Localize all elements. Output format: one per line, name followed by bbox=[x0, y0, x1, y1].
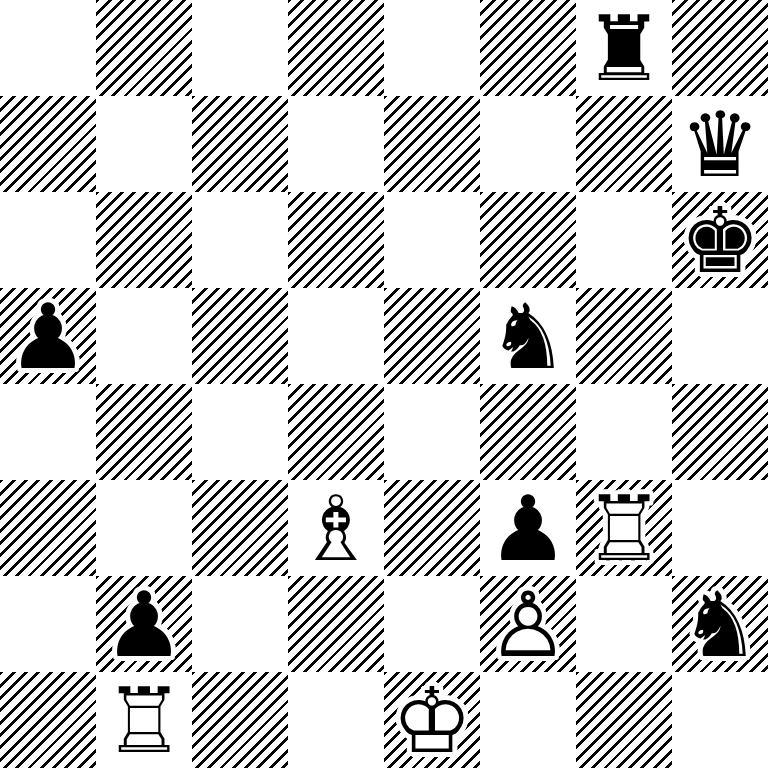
white-bishop-glyph: ♗ bbox=[288, 480, 384, 576]
square-b3[interactable] bbox=[96, 480, 192, 576]
square-h1[interactable] bbox=[672, 672, 768, 768]
square-g2[interactable] bbox=[576, 576, 672, 672]
square-h3[interactable] bbox=[672, 480, 768, 576]
square-c2[interactable] bbox=[192, 576, 288, 672]
square-e5[interactable] bbox=[384, 288, 480, 384]
square-f6[interactable] bbox=[480, 192, 576, 288]
square-c7[interactable] bbox=[192, 96, 288, 192]
piece-white-bishop[interactable]: ♝♗ bbox=[288, 480, 384, 576]
square-d8[interactable] bbox=[288, 0, 384, 96]
square-h2[interactable]: ♞♞ bbox=[672, 576, 768, 672]
square-b7[interactable] bbox=[96, 96, 192, 192]
square-h8[interactable] bbox=[672, 0, 768, 96]
piece-black-pawn[interactable]: ♟♟ bbox=[480, 480, 576, 576]
black-pawn-glyph: ♟ bbox=[96, 576, 192, 672]
piece-black-pawn[interactable]: ♟♟ bbox=[96, 576, 192, 672]
square-h6[interactable]: ♚♚ bbox=[672, 192, 768, 288]
square-f2[interactable]: ♟♙ bbox=[480, 576, 576, 672]
square-g8[interactable]: ♜♜ bbox=[576, 0, 672, 96]
square-a6[interactable] bbox=[0, 192, 96, 288]
white-pawn-glyph: ♙ bbox=[480, 576, 576, 672]
black-queen-glyph: ♛ bbox=[672, 96, 768, 192]
square-b1[interactable]: ♜♖ bbox=[96, 672, 192, 768]
square-a3[interactable] bbox=[0, 480, 96, 576]
square-e1[interactable]: ♚♔ bbox=[384, 672, 480, 768]
square-g7[interactable] bbox=[576, 96, 672, 192]
piece-white-king[interactable]: ♚♔ bbox=[384, 672, 480, 768]
piece-black-queen[interactable]: ♛♛ bbox=[672, 96, 768, 192]
square-g6[interactable] bbox=[576, 192, 672, 288]
piece-white-pawn[interactable]: ♟♙ bbox=[480, 576, 576, 672]
piece-black-king[interactable]: ♚♚ bbox=[672, 192, 768, 288]
square-f7[interactable] bbox=[480, 96, 576, 192]
square-a5[interactable]: ♟♟ bbox=[0, 288, 96, 384]
square-d4[interactable] bbox=[288, 384, 384, 480]
piece-black-knight[interactable]: ♞♞ bbox=[672, 576, 768, 672]
white-king-glyph: ♔ bbox=[384, 672, 480, 768]
square-d6[interactable] bbox=[288, 192, 384, 288]
square-h5[interactable] bbox=[672, 288, 768, 384]
square-a4[interactable] bbox=[0, 384, 96, 480]
square-f4[interactable] bbox=[480, 384, 576, 480]
square-e2[interactable] bbox=[384, 576, 480, 672]
black-knight-glyph: ♞ bbox=[672, 576, 768, 672]
square-b4[interactable] bbox=[96, 384, 192, 480]
square-d1[interactable] bbox=[288, 672, 384, 768]
square-g1[interactable] bbox=[576, 672, 672, 768]
square-b8[interactable] bbox=[96, 0, 192, 96]
piece-black-rook[interactable]: ♜♜ bbox=[576, 0, 672, 96]
square-c5[interactable] bbox=[192, 288, 288, 384]
white-rook-glyph: ♖ bbox=[96, 672, 192, 768]
square-d5[interactable] bbox=[288, 288, 384, 384]
square-g5[interactable] bbox=[576, 288, 672, 384]
piece-white-rook[interactable]: ♜♖ bbox=[576, 480, 672, 576]
square-a1[interactable] bbox=[0, 672, 96, 768]
square-f1[interactable] bbox=[480, 672, 576, 768]
square-g4[interactable] bbox=[576, 384, 672, 480]
square-h4[interactable] bbox=[672, 384, 768, 480]
square-d7[interactable] bbox=[288, 96, 384, 192]
square-f5[interactable]: ♞♞ bbox=[480, 288, 576, 384]
square-c8[interactable] bbox=[192, 0, 288, 96]
square-c1[interactable] bbox=[192, 672, 288, 768]
square-a8[interactable] bbox=[0, 0, 96, 96]
square-a2[interactable] bbox=[0, 576, 96, 672]
square-h7[interactable]: ♛♛ bbox=[672, 96, 768, 192]
black-rook-glyph: ♜ bbox=[576, 0, 672, 96]
square-e4[interactable] bbox=[384, 384, 480, 480]
square-b2[interactable]: ♟♟ bbox=[96, 576, 192, 672]
square-b6[interactable] bbox=[96, 192, 192, 288]
chess-board: ♜♜♛♛♚♚♟♟♞♞♝♗♟♟♜♖♟♟♟♙♞♞♜♖♚♔ bbox=[0, 0, 768, 768]
square-c4[interactable] bbox=[192, 384, 288, 480]
square-d2[interactable] bbox=[288, 576, 384, 672]
black-king-glyph: ♚ bbox=[672, 192, 768, 288]
square-f3[interactable]: ♟♟ bbox=[480, 480, 576, 576]
white-rook-glyph: ♖ bbox=[576, 480, 672, 576]
square-e6[interactable] bbox=[384, 192, 480, 288]
square-f8[interactable] bbox=[480, 0, 576, 96]
black-pawn-glyph: ♟ bbox=[480, 480, 576, 576]
square-g3[interactable]: ♜♖ bbox=[576, 480, 672, 576]
piece-white-rook[interactable]: ♜♖ bbox=[96, 672, 192, 768]
square-d3[interactable]: ♝♗ bbox=[288, 480, 384, 576]
square-c3[interactable] bbox=[192, 480, 288, 576]
square-a7[interactable] bbox=[0, 96, 96, 192]
square-e8[interactable] bbox=[384, 0, 480, 96]
square-b5[interactable] bbox=[96, 288, 192, 384]
square-c6[interactable] bbox=[192, 192, 288, 288]
square-e3[interactable] bbox=[384, 480, 480, 576]
square-e7[interactable] bbox=[384, 96, 480, 192]
piece-black-pawn[interactable]: ♟♟ bbox=[0, 288, 96, 384]
piece-black-knight[interactable]: ♞♞ bbox=[480, 288, 576, 384]
black-pawn-glyph: ♟ bbox=[0, 288, 96, 384]
black-knight-glyph: ♞ bbox=[480, 288, 576, 384]
